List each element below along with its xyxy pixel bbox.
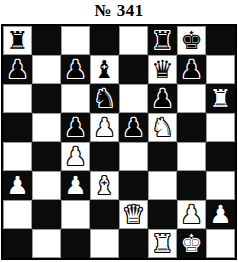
square-b8 [32,26,61,55]
white-king: ♚ [180,229,202,258]
square-c8 [61,26,90,55]
square-d7: ♝ [90,55,119,84]
square-f6: ♟ [148,84,177,113]
white-queen: ♛ [122,200,144,229]
square-e5: ♟ [119,113,148,142]
black-pawn: ♟ [180,55,202,84]
square-c7: ♟ [61,55,90,84]
square-h1 [206,229,235,258]
square-b2 [32,200,61,229]
white-pawn: ♟ [64,142,86,171]
square-d6: ♞ [90,84,119,113]
square-e8 [119,26,148,55]
square-a3: ♟ [3,171,32,200]
square-a1 [3,229,32,258]
square-f4 [148,142,177,171]
square-a4 [3,142,32,171]
square-a6 [3,84,32,113]
square-a2 [3,200,32,229]
white-pawn: ♟ [6,171,28,200]
square-f8: ♜ [148,26,177,55]
square-c4: ♟ [61,142,90,171]
square-d2 [90,200,119,229]
square-f7: ♛ [148,55,177,84]
square-d3: ♝ [90,171,119,200]
square-h6: ♜ [206,84,235,113]
black-pawn: ♟ [122,113,144,142]
square-d4 [90,142,119,171]
black-queen: ♛ [151,55,173,84]
square-e4 [119,142,148,171]
square-c6 [61,84,90,113]
square-c2 [61,200,90,229]
black-rook: ♜ [6,26,28,55]
square-h2: ♟ [206,200,235,229]
white-bishop: ♝ [93,171,115,200]
square-f3 [148,171,177,200]
black-pawn: ♟ [64,55,86,84]
square-c3: ♟ [61,171,90,200]
square-b7 [32,55,61,84]
square-e6 [119,84,148,113]
square-g1: ♚ [177,229,206,258]
square-b6 [32,84,61,113]
black-knight: ♞ [93,84,115,113]
square-e3 [119,171,148,200]
square-h7 [206,55,235,84]
square-d1 [90,229,119,258]
white-rook: ♜ [151,229,173,258]
square-f2 [148,200,177,229]
square-g7: ♟ [177,55,206,84]
black-pawn: ♟ [151,84,173,113]
square-b4 [32,142,61,171]
square-h3 [206,171,235,200]
white-pawn: ♟ [180,200,202,229]
black-bishop: ♝ [93,55,115,84]
square-f5: ♞ [148,113,177,142]
square-b1 [32,229,61,258]
square-g4 [177,142,206,171]
square-g3 [177,171,206,200]
square-e7 [119,55,148,84]
square-b5 [32,113,61,142]
square-g5 [177,113,206,142]
square-g8: ♚ [177,26,206,55]
square-e1 [119,229,148,258]
black-pawn: ♟ [6,55,28,84]
square-a7: ♟ [3,55,32,84]
square-e2: ♛ [119,200,148,229]
square-g2: ♟ [177,200,206,229]
square-h5 [206,113,235,142]
square-g6 [177,84,206,113]
puzzle-number-title: № 341 [0,0,238,23]
white-rook: ♜ [209,84,231,113]
square-b3 [32,171,61,200]
square-f1: ♜ [148,229,177,258]
square-h8 [206,26,235,55]
black-rook: ♜ [151,26,173,55]
black-king: ♚ [180,26,202,55]
white-pawn: ♟ [209,200,231,229]
square-a5 [3,113,32,142]
square-c1 [61,229,90,258]
chess-board: ♜♜♚♟♟♝♛♟♞♟♜♟♟♟♞♟♟♟♝♛♟♟♜♚ [1,24,237,260]
white-knight: ♞ [151,113,173,142]
white-pawn: ♟ [64,171,86,200]
square-a8: ♜ [3,26,32,55]
square-d5: ♟ [90,113,119,142]
black-pawn: ♟ [64,113,86,142]
square-h4 [206,142,235,171]
square-d8 [90,26,119,55]
square-c5: ♟ [61,113,90,142]
white-pawn: ♟ [93,113,115,142]
